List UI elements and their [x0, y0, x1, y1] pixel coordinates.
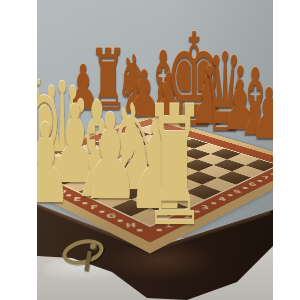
light-pawn[interactable]: ♟ — [37, 109, 75, 219]
chess-set-photo: ABCDEFGH12345678◆◆◆◆◆◆◆◆◆◆◆◆◆◆◆◆◆◆ ♟♜♞♟♝… — [37, 0, 273, 300]
dark-pawn[interactable]: ♟ — [248, 79, 273, 149]
light-rook[interactable]: ♜ — [140, 85, 209, 250]
brass-latch-knob[interactable] — [90, 243, 97, 250]
screenshot-canvas: ABCDEFGH12345678◆◆◆◆◆◆◆◆◆◆◆◆◆◆◆◆◆◆ ♟♜♞♟♝… — [0, 0, 300, 300]
